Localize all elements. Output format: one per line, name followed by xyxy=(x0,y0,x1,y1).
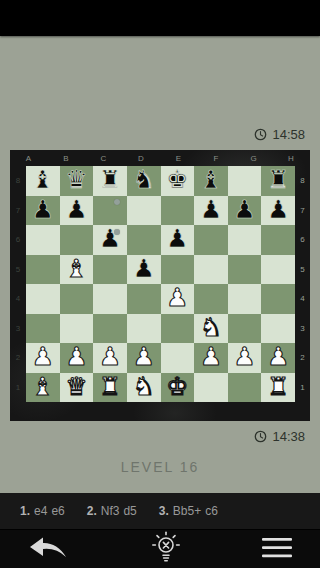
level-label: LEVEL 16 xyxy=(0,459,320,475)
white-pawn[interactable]: ♟ xyxy=(32,342,54,372)
square-h3[interactable] xyxy=(261,314,295,344)
black-pawn[interactable]: ♟ xyxy=(32,195,54,225)
lightbulb-icon xyxy=(149,531,183,568)
square-g8[interactable] xyxy=(228,166,262,196)
status-bar xyxy=(0,0,320,36)
square-b1[interactable]: ♛ xyxy=(60,373,94,403)
black-move: d5 xyxy=(123,504,136,518)
square-a3[interactable] xyxy=(26,314,60,344)
clock-icon xyxy=(254,430,267,443)
square-a6[interactable] xyxy=(26,225,60,255)
file-label-c: C xyxy=(85,150,123,166)
square-h6[interactable] xyxy=(261,225,295,255)
rank-label-6: 6 xyxy=(295,225,310,255)
black-move: c6 xyxy=(205,504,218,518)
square-g5[interactable] xyxy=(228,255,262,285)
square-a1[interactable]: ♝ xyxy=(26,373,60,403)
rank-label-8: 8 xyxy=(10,166,26,196)
square-g2[interactable]: ♟ xyxy=(228,343,262,373)
square-e8[interactable]: ♚ xyxy=(161,166,195,196)
hamburger-menu-icon xyxy=(262,537,292,562)
square-f7[interactable]: ♟ xyxy=(194,196,228,226)
white-pawn[interactable]: ♟ xyxy=(267,342,289,372)
square-d7[interactable] xyxy=(127,196,161,226)
white-rook[interactable]: ♜ xyxy=(99,372,121,402)
square-e4[interactable]: ♟ xyxy=(161,284,195,314)
square-c8[interactable]: ♜ xyxy=(93,166,127,196)
white-rook[interactable]: ♜ xyxy=(267,372,289,402)
rank-label-1: 1 xyxy=(295,373,310,403)
rank-label-1: 1 xyxy=(10,373,26,403)
black-move: e6 xyxy=(51,504,64,518)
black-knight[interactable]: ♞ xyxy=(132,165,154,195)
square-g1[interactable] xyxy=(228,373,262,403)
rank-label-7: 7 xyxy=(10,196,26,226)
square-c5[interactable] xyxy=(93,255,127,285)
black-pawn[interactable]: ♟ xyxy=(166,224,188,254)
square-c1[interactable]: ♜ xyxy=(93,373,127,403)
white-pawn[interactable]: ♟ xyxy=(132,342,154,372)
black-pawn[interactable]: ♟ xyxy=(65,195,87,225)
square-e2[interactable] xyxy=(161,343,195,373)
white-pawn[interactable]: ♟ xyxy=(99,342,121,372)
square-e6[interactable]: ♟ xyxy=(161,225,195,255)
square-h8[interactable]: ♜ xyxy=(261,166,295,196)
black-bishop[interactable]: ♝ xyxy=(200,165,222,195)
rank-label-2: 2 xyxy=(10,343,26,373)
toolbar xyxy=(0,530,320,568)
square-f1[interactable] xyxy=(194,373,228,403)
square-d8[interactable]: ♞ xyxy=(127,166,161,196)
rank-labels-right: 87654321 xyxy=(295,166,310,402)
rank-labels-left: 87654321 xyxy=(10,166,26,402)
square-f5[interactable] xyxy=(194,255,228,285)
white-knight[interactable]: ♞ xyxy=(132,372,154,402)
square-e5[interactable] xyxy=(161,255,195,285)
rank-label-2: 2 xyxy=(295,343,310,373)
square-b5[interactable]: ♝ xyxy=(60,255,94,285)
black-timer: 14:58 xyxy=(254,127,305,142)
rank-label-3: 3 xyxy=(10,314,26,344)
square-a8[interactable]: ♝ xyxy=(26,166,60,196)
square-f3[interactable]: ♞ xyxy=(194,314,228,344)
square-b4[interactable] xyxy=(60,284,94,314)
move-number: 3. xyxy=(159,504,169,518)
square-b6[interactable] xyxy=(60,225,94,255)
square-g6[interactable] xyxy=(228,225,262,255)
file-label-b: B xyxy=(48,150,86,166)
square-e7[interactable] xyxy=(161,196,195,226)
square-d2[interactable]: ♟ xyxy=(127,343,161,373)
square-f8[interactable]: ♝ xyxy=(194,166,228,196)
move-pair-3: 3.Bb5+c6 xyxy=(159,504,222,518)
rank-label-3: 3 xyxy=(295,314,310,344)
square-a2[interactable]: ♟ xyxy=(26,343,60,373)
square-a7[interactable]: ♟ xyxy=(26,196,60,226)
square-d1[interactable]: ♞ xyxy=(127,373,161,403)
square-h4[interactable] xyxy=(261,284,295,314)
square-c7[interactable] xyxy=(93,196,127,226)
rank-label-7: 7 xyxy=(295,196,310,226)
square-f4[interactable] xyxy=(194,284,228,314)
white-move: Bb5+ xyxy=(173,504,201,518)
black-timer-value: 14:58 xyxy=(272,127,305,142)
square-a5[interactable] xyxy=(26,255,60,285)
file-labels-top: ABCDEFGH xyxy=(10,150,310,166)
white-pawn[interactable]: ♟ xyxy=(65,342,87,372)
black-rook[interactable]: ♜ xyxy=(99,165,121,195)
rank-label-5: 5 xyxy=(295,255,310,285)
black-rook[interactable]: ♜ xyxy=(267,165,289,195)
square-f6[interactable] xyxy=(194,225,228,255)
black-pawn[interactable]: ♟ xyxy=(233,195,255,225)
square-e1[interactable]: ♚ xyxy=(161,373,195,403)
move-number: 2. xyxy=(87,504,97,518)
black-pawn[interactable]: ♟ xyxy=(132,254,154,284)
white-pawn[interactable]: ♟ xyxy=(166,283,188,313)
menu-button[interactable] xyxy=(260,535,294,564)
black-king[interactable]: ♚ xyxy=(166,165,188,195)
square-e3[interactable] xyxy=(161,314,195,344)
square-h7[interactable]: ♟ xyxy=(261,196,295,226)
white-king[interactable]: ♚ xyxy=(166,372,188,402)
square-d5[interactable]: ♟ xyxy=(127,255,161,285)
square-b2[interactable]: ♟ xyxy=(60,343,94,373)
rank-label-8: 8 xyxy=(295,166,310,196)
white-pawn[interactable]: ♟ xyxy=(200,342,222,372)
white-move: Nf3 xyxy=(101,504,120,518)
square-h1[interactable]: ♜ xyxy=(261,373,295,403)
move-pair-1: 1.e4e6 xyxy=(20,504,69,518)
hint-button[interactable] xyxy=(147,529,185,568)
white-move: e4 xyxy=(34,504,47,518)
black-pawn[interactable]: ♟ xyxy=(200,195,222,225)
square-b7[interactable]: ♟ xyxy=(60,196,94,226)
square-g4[interactable] xyxy=(228,284,262,314)
square-g7[interactable]: ♟ xyxy=(228,196,262,226)
square-d3[interactable] xyxy=(127,314,161,344)
board-squares: ♝♛♜♞♚♝♜♟♟♟♟♟♟♟♝♟♟♞♟♟♟♟♟♟♟♝♛♜♞♚♜ xyxy=(26,166,295,402)
white-pawn[interactable]: ♟ xyxy=(233,342,255,372)
file-label-f: F xyxy=(198,150,236,166)
black-pawn[interactable]: ♟ xyxy=(267,195,289,225)
file-label-g: G xyxy=(235,150,273,166)
black-bishop[interactable]: ♝ xyxy=(32,165,54,195)
square-h5[interactable] xyxy=(261,255,295,285)
square-g3[interactable] xyxy=(228,314,262,344)
undo-arrow-icon xyxy=(28,535,70,563)
chess-board: ABCDEFGH 87654321 ♝♛♜♞♚♝♜♟♟♟♟♟♟♟♝♟♟♞♟♟♟♟… xyxy=(10,150,310,421)
white-bishop[interactable]: ♝ xyxy=(32,372,54,402)
clock-icon xyxy=(254,128,267,141)
square-d6[interactable] xyxy=(127,225,161,255)
white-timer: 14:38 xyxy=(254,429,305,444)
undo-button[interactable] xyxy=(26,533,72,565)
rank-label-6: 6 xyxy=(10,225,26,255)
rank-label-4: 4 xyxy=(295,284,310,314)
square-c2[interactable]: ♟ xyxy=(93,343,127,373)
file-label-e: E xyxy=(160,150,198,166)
file-label-d: D xyxy=(123,150,161,166)
white-bishop[interactable]: ♝ xyxy=(65,254,87,284)
file-label-h: H xyxy=(273,150,311,166)
file-label-a: A xyxy=(10,150,48,166)
square-c4[interactable] xyxy=(93,284,127,314)
square-a4[interactable] xyxy=(26,284,60,314)
square-c6[interactable]: ♟ xyxy=(93,225,127,255)
square-b8[interactable]: ♛ xyxy=(60,166,94,196)
rank-label-5: 5 xyxy=(10,255,26,285)
square-f2[interactable]: ♟ xyxy=(194,343,228,373)
rank-label-4: 4 xyxy=(10,284,26,314)
move-pair-2: 2.Nf3d5 xyxy=(87,504,141,518)
white-queen[interactable]: ♛ xyxy=(65,372,87,402)
move-list[interactable]: 1.e4e62.Nf3d53.Bb5+c6 xyxy=(0,493,320,530)
chess-app-screen: 14:58 ABCDEFGH 87654321 ♝♛♜♞♚♝♜♟♟♟♟♟♟♟♝♟… xyxy=(0,0,320,568)
square-c3[interactable] xyxy=(93,314,127,344)
square-d4[interactable] xyxy=(127,284,161,314)
square-h2[interactable]: ♟ xyxy=(261,343,295,373)
white-knight[interactable]: ♞ xyxy=(200,313,222,343)
white-timer-value: 14:38 xyxy=(272,429,305,444)
move-number: 1. xyxy=(20,504,30,518)
black-queen[interactable]: ♛ xyxy=(65,165,87,195)
last-move-dot-c6 xyxy=(114,229,120,235)
square-b3[interactable] xyxy=(60,314,94,344)
